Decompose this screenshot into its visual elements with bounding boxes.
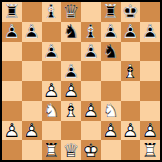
piece-black-pawn[interactable]: ♟♙ [81,42,101,62]
black-pawn-icon: ♟ [101,22,121,42]
piece-black-knight[interactable]: ♞♘ [101,42,121,62]
square-c6[interactable]: ♟♙ [42,42,62,62]
piece-white-queen[interactable]: ♛♕ [61,140,81,160]
white-rook-icon: ♜ [42,140,62,160]
white-rook-outline-icon: ♖ [42,140,62,160]
square-f1[interactable] [101,140,121,160]
white-queen-outline-icon: ♕ [61,140,81,160]
square-g3[interactable] [121,101,141,121]
square-a1[interactable] [2,140,22,160]
black-rook-icon: ♜ [2,2,22,22]
square-h7[interactable]: ♟♙ [140,22,160,42]
square-c4[interactable]: ♟♙ [42,81,62,101]
square-f2[interactable]: ♟♙ [101,121,121,141]
black-pawn-outline-icon: ♙ [121,22,141,42]
black-queen-outline-icon: ♕ [61,2,81,22]
black-knight-outline-icon: ♘ [61,22,81,42]
piece-white-knight[interactable]: ♞♘ [101,101,121,121]
piece-black-pawn[interactable]: ♟♙ [22,22,42,42]
square-d3[interactable]: ♝♗ [61,101,81,121]
square-b8[interactable] [22,2,42,22]
white-pawn-outline-icon: ♙ [121,121,141,141]
square-e8[interactable] [81,2,101,22]
square-d1[interactable]: ♛♕ [61,140,81,160]
white-rook-outline-icon: ♖ [140,140,160,160]
white-pawn-outline-icon: ♙ [101,121,121,141]
square-a3[interactable] [2,101,22,121]
square-d2[interactable] [61,121,81,141]
square-c1[interactable]: ♜♖ [42,140,62,160]
square-d6[interactable] [61,42,81,62]
white-queen-icon: ♛ [61,140,81,160]
piece-black-bishop[interactable]: ♝♗ [42,2,62,22]
white-pawn-icon: ♟ [2,121,22,141]
white-king-icon: ♚ [81,140,101,160]
piece-black-bishop[interactable]: ♝♗ [81,22,101,42]
piece-white-bishop[interactable]: ♝♗ [61,101,81,121]
black-bishop-icon: ♝ [42,2,62,22]
white-pawn-outline-icon: ♙ [81,101,101,121]
black-pawn-outline-icon: ♙ [61,61,81,81]
black-pawn-icon: ♟ [2,22,22,42]
square-d8[interactable]: ♛♕ [61,2,81,22]
black-pawn-icon: ♟ [22,22,42,42]
square-f7[interactable]: ♟♙ [101,22,121,42]
piece-black-pawn[interactable]: ♟♙ [121,22,141,42]
black-king-outline-icon: ♔ [121,2,141,22]
square-f5[interactable] [101,61,121,81]
white-pawn-icon: ♟ [81,101,101,121]
black-knight-icon: ♞ [101,42,121,62]
black-pawn-icon: ♟ [61,61,81,81]
piece-white-pawn[interactable]: ♟♙ [2,121,22,141]
square-e3[interactable]: ♟♙ [81,101,101,121]
square-g2[interactable]: ♟♙ [121,121,141,141]
black-pawn-outline-icon: ♙ [42,42,62,62]
square-e6[interactable]: ♟♙ [81,42,101,62]
square-a8[interactable]: ♜♖ [2,2,22,22]
square-g6[interactable] [121,42,141,62]
white-bishop-outline-icon: ♗ [121,61,141,81]
white-rook-icon: ♜ [140,140,160,160]
square-e2[interactable] [81,121,101,141]
piece-white-pawn[interactable]: ♟♙ [121,121,141,141]
black-pawn-outline-icon: ♙ [101,22,121,42]
white-pawn-outline-icon: ♙ [2,121,22,141]
square-h1[interactable]: ♜♖ [140,140,160,160]
piece-black-pawn[interactable]: ♟♙ [2,22,22,42]
square-g4[interactable] [121,81,141,101]
piece-white-pawn[interactable]: ♟♙ [140,121,160,141]
black-bishop-icon: ♝ [81,22,101,42]
square-c7[interactable] [42,22,62,42]
square-c8[interactable]: ♝♗ [42,2,62,22]
square-e1[interactable]: ♚♔ [81,140,101,160]
white-pawn-outline-icon: ♙ [61,81,81,101]
square-h6[interactable] [140,42,160,62]
square-d4[interactable]: ♟♙ [61,81,81,101]
square-b2[interactable]: ♟♙ [22,121,42,141]
square-d5[interactable]: ♟♙ [61,61,81,81]
white-king-outline-icon: ♔ [81,140,101,160]
piece-white-pawn[interactable]: ♟♙ [42,81,62,101]
square-a4[interactable] [2,81,22,101]
piece-white-knight[interactable]: ♞♘ [42,101,62,121]
square-a5[interactable] [2,61,22,81]
square-e7[interactable]: ♝♗ [81,22,101,42]
piece-white-pawn[interactable]: ♟♙ [22,121,42,141]
chess-board: ♜♖♝♗♛♕♜♖♚♔♟♙♟♙♞♘♝♗♟♙♟♙♟♙♟♙♟♙♞♘♟♙♝♗♟♙♟♙♞♘… [0,0,162,162]
square-g5[interactable]: ♝♗ [121,61,141,81]
square-f3[interactable]: ♞♘ [101,101,121,121]
white-bishop-outline-icon: ♗ [61,101,81,121]
white-knight-outline-icon: ♘ [101,101,121,121]
square-e5[interactable] [81,61,101,81]
piece-black-pawn[interactable]: ♟♙ [42,42,62,62]
black-pawn-icon: ♟ [81,42,101,62]
square-g7[interactable]: ♟♙ [121,22,141,42]
square-f6[interactable]: ♞♘ [101,42,121,62]
square-b5[interactable] [22,61,42,81]
black-rook-outline-icon: ♖ [101,2,121,22]
black-rook-icon: ♜ [101,2,121,22]
square-c5[interactable] [42,61,62,81]
black-bishop-outline-icon: ♗ [81,22,101,42]
square-h4[interactable] [140,81,160,101]
square-f8[interactable]: ♜♖ [101,2,121,22]
black-pawn-outline-icon: ♙ [140,22,160,42]
black-pawn-icon: ♟ [121,22,141,42]
square-h3[interactable] [140,101,160,121]
white-knight-icon: ♞ [42,101,62,121]
white-pawn-icon: ♟ [61,81,81,101]
black-pawn-outline-icon: ♙ [81,42,101,62]
white-pawn-outline-icon: ♙ [22,121,42,141]
white-bishop-icon: ♝ [61,101,81,121]
square-a2[interactable]: ♟♙ [2,121,22,141]
piece-white-pawn[interactable]: ♟♙ [61,81,81,101]
piece-white-pawn[interactable]: ♟♙ [81,101,101,121]
piece-black-queen[interactable]: ♛♕ [61,2,81,22]
square-d7[interactable]: ♞♘ [61,22,81,42]
piece-white-rook[interactable]: ♜♖ [140,140,160,160]
square-b7[interactable]: ♟♙ [22,22,42,42]
white-knight-icon: ♞ [101,101,121,121]
white-pawn-icon: ♟ [101,121,121,141]
piece-white-bishop[interactable]: ♝♗ [121,61,141,81]
black-pawn-icon: ♟ [140,22,160,42]
square-a6[interactable] [2,42,22,62]
square-b1[interactable] [22,140,42,160]
piece-white-king[interactable]: ♚♔ [81,140,101,160]
square-c2[interactable] [42,121,62,141]
piece-black-pawn[interactable]: ♟♙ [101,22,121,42]
square-c3[interactable]: ♞♘ [42,101,62,121]
square-b3[interactable] [22,101,42,121]
black-bishop-outline-icon: ♗ [42,2,62,22]
black-queen-icon: ♛ [61,2,81,22]
piece-white-pawn[interactable]: ♟♙ [101,121,121,141]
white-bishop-icon: ♝ [121,61,141,81]
square-h8[interactable] [140,2,160,22]
white-pawn-icon: ♟ [42,81,62,101]
black-king-icon: ♚ [121,2,141,22]
black-rook-outline-icon: ♖ [2,2,22,22]
white-knight-outline-icon: ♘ [42,101,62,121]
square-g1[interactable] [121,140,141,160]
black-pawn-outline-icon: ♙ [22,22,42,42]
black-knight-icon: ♞ [61,22,81,42]
black-pawn-outline-icon: ♙ [2,22,22,42]
piece-black-pawn[interactable]: ♟♙ [140,22,160,42]
square-f4[interactable] [101,81,121,101]
square-h5[interactable] [140,61,160,81]
piece-black-rook[interactable]: ♜♖ [101,2,121,22]
square-b6[interactable] [22,42,42,62]
black-pawn-icon: ♟ [42,42,62,62]
piece-black-rook[interactable]: ♜♖ [2,2,22,22]
piece-black-pawn[interactable]: ♟♙ [61,61,81,81]
piece-white-rook[interactable]: ♜♖ [42,140,62,160]
square-h2[interactable]: ♟♙ [140,121,160,141]
square-a7[interactable]: ♟♙ [2,22,22,42]
white-pawn-icon: ♟ [22,121,42,141]
white-pawn-outline-icon: ♙ [140,121,160,141]
square-b4[interactable] [22,81,42,101]
square-e4[interactable] [81,81,101,101]
square-g8[interactable]: ♚♔ [121,2,141,22]
piece-black-king[interactable]: ♚♔ [121,2,141,22]
white-pawn-icon: ♟ [140,121,160,141]
white-pawn-outline-icon: ♙ [42,81,62,101]
black-knight-outline-icon: ♘ [101,42,121,62]
piece-black-knight[interactable]: ♞♘ [61,22,81,42]
white-pawn-icon: ♟ [121,121,141,141]
